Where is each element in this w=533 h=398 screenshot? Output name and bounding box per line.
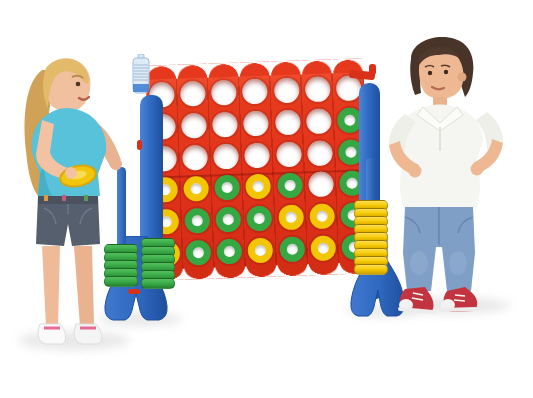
yellow-disc — [183, 176, 209, 202]
board-cell-r5c6 — [306, 200, 338, 233]
boy-ear — [458, 73, 467, 82]
board-cell-r1c4 — [239, 76, 271, 109]
empty-hole — [306, 108, 332, 134]
board-cell-r3c2 — [179, 141, 211, 174]
board-cell-r2c4 — [240, 107, 272, 140]
board-cell-r6c5 — [276, 233, 308, 266]
stacked-green-disc — [141, 278, 175, 289]
board-cell-r2c3 — [209, 108, 241, 141]
top-right-handle-nub — [369, 64, 376, 75]
boy-eye-right — [444, 70, 448, 74]
stacked-yellow-disc — [354, 264, 388, 275]
green-disc-stack-rear — [141, 241, 175, 289]
board-cell-r5c3 — [212, 203, 244, 236]
empty-hole — [182, 144, 208, 170]
boy-right-hand — [471, 163, 484, 176]
water-bottle — [130, 54, 152, 100]
empty-hole — [242, 79, 268, 105]
green-disc — [279, 236, 305, 262]
left-post-knob — [137, 140, 142, 150]
green-disc — [185, 208, 211, 234]
board-cell-r3c4 — [241, 139, 273, 172]
girl-figure — [14, 56, 126, 348]
board-cell-r1c5 — [270, 74, 302, 107]
board-cell-r5c2 — [181, 204, 213, 237]
boy-left-hand — [409, 165, 422, 178]
empty-hole — [308, 172, 334, 198]
boy-knee-wear-left — [410, 251, 428, 275]
empty-hole — [307, 140, 333, 166]
board-cell-r2c6 — [303, 105, 335, 138]
board-cell-r6c3 — [214, 235, 246, 268]
boy-figure — [385, 35, 507, 315]
empty-hole — [213, 143, 239, 169]
board-cell-r1c3 — [208, 77, 240, 110]
board-cell-r2c2 — [178, 109, 210, 142]
girl-right-leg — [74, 246, 94, 326]
board-cell-r4c3 — [211, 172, 243, 205]
empty-hole — [211, 80, 237, 106]
connect-four-board — [145, 58, 370, 279]
board-cell-r5c5 — [275, 201, 307, 234]
empty-hole — [336, 76, 362, 102]
empty-hole — [305, 77, 331, 103]
board-cell-r3c5 — [273, 138, 305, 171]
green-disc — [247, 206, 273, 232]
boy-knee-wear-right — [449, 251, 467, 275]
board-cell-r5c4 — [244, 202, 276, 235]
left-leg-bolt — [128, 289, 140, 294]
yellow-disc — [278, 204, 304, 230]
yellow-disc — [248, 237, 274, 263]
girl-near-hand — [65, 167, 77, 179]
board-cell-r3c6 — [304, 137, 336, 170]
yellow-disc-stack — [354, 203, 388, 275]
girl-far-hand — [110, 158, 122, 170]
empty-hole — [180, 81, 206, 107]
product-photo-scene — [0, 0, 533, 398]
green-disc — [277, 173, 303, 199]
girl-left-leg — [42, 246, 60, 326]
green-disc — [217, 238, 243, 264]
board-cell-r4c2 — [180, 173, 212, 206]
empty-hole — [212, 112, 238, 138]
board-cell-r4c6 — [305, 168, 337, 201]
girl-eye — [76, 82, 81, 87]
boy-eye-left — [428, 71, 432, 75]
yellow-disc — [246, 174, 272, 200]
boy-shoes — [399, 287, 477, 313]
empty-hole — [276, 141, 302, 167]
empty-hole — [245, 142, 271, 168]
board-cell-r4c5 — [274, 169, 306, 202]
board-panel — [146, 72, 370, 269]
board-cell-r2c5 — [271, 106, 303, 139]
green-disc — [215, 175, 241, 201]
board-cell-r4c4 — [243, 170, 275, 203]
empty-hole — [181, 113, 207, 139]
board-cell-r1c2 — [177, 78, 209, 111]
yellow-disc — [310, 235, 336, 261]
yellow-disc — [309, 203, 335, 229]
green-disc — [186, 239, 212, 265]
board-grid — [146, 72, 370, 269]
board-cell-r6c2 — [182, 236, 214, 269]
girl-shoes — [38, 324, 102, 344]
board-cell-r3c3 — [210, 140, 242, 173]
empty-hole — [243, 111, 269, 137]
board-cell-r1c6 — [301, 73, 333, 106]
board-cell-r6c4 — [245, 234, 277, 267]
empty-hole — [275, 109, 301, 135]
empty-hole — [273, 78, 299, 104]
board-cell-r6c6 — [307, 232, 339, 265]
green-disc — [216, 207, 242, 233]
